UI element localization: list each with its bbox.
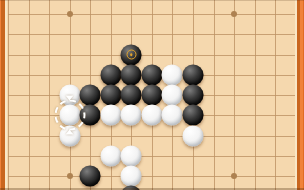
stone-white — [100, 145, 121, 166]
stone-white — [121, 145, 142, 166]
stone-black — [80, 85, 101, 106]
stone-black — [100, 64, 121, 85]
stone-black — [100, 85, 121, 106]
stone-black — [182, 85, 203, 106]
board-right-border — [295, 0, 304, 190]
stone-black — [121, 85, 142, 106]
stone-black — [121, 64, 142, 85]
stone-black — [182, 64, 203, 85]
stone-white — [162, 105, 183, 126]
stone-black — [121, 44, 142, 65]
grid-horizontal-line — [8, 176, 296, 177]
grid-horizontal-line — [8, 34, 296, 35]
stone-black — [141, 64, 162, 85]
star-point — [231, 173, 237, 179]
grid-horizontal-line — [8, 156, 296, 157]
cursor-tick-top — [66, 96, 74, 101]
stone-white — [121, 166, 142, 187]
star-point — [67, 173, 73, 179]
stone-white — [100, 105, 121, 126]
move-cursor-marker — [54, 100, 85, 131]
stone-black — [80, 166, 101, 187]
stone-black — [182, 105, 203, 126]
stone-white — [141, 105, 162, 126]
grid-horizontal-line — [8, 55, 296, 56]
board-left-border — [0, 0, 7, 190]
stone-white — [162, 85, 183, 106]
stone-white — [162, 64, 183, 85]
cursor-tick-bottom — [66, 130, 74, 135]
star-point — [67, 11, 73, 17]
stone-white — [121, 105, 142, 126]
star-point — [231, 11, 237, 17]
bottom-edge-shadow — [0, 188, 304, 190]
stone-white — [182, 125, 203, 146]
gomoku-board-viewport[interactable] — [0, 0, 304, 190]
grid-horizontal-line — [8, 14, 296, 15]
last-move-gold-marker — [126, 50, 136, 60]
grid-horizontal-line — [8, 136, 296, 137]
top-edge-shadow — [0, 0, 304, 1]
stone-black — [141, 85, 162, 106]
